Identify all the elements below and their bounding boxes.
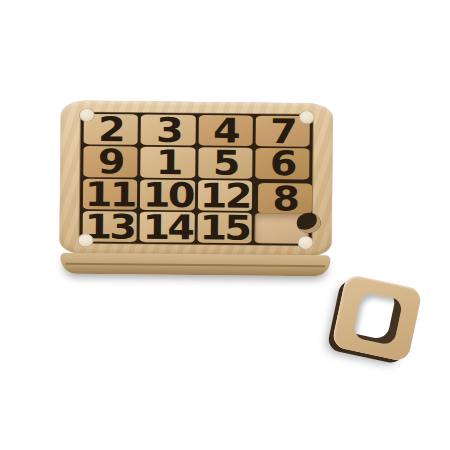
- tile-number: 3: [155, 114, 180, 145]
- tile-number: 8: [272, 183, 297, 214]
- tile-number: 1: [155, 147, 180, 178]
- tile-8[interactable]: 8: [258, 183, 313, 214]
- tile-grid: 2 3 4 7 9 1 5 6 11 10 12 8 13 14 15: [80, 112, 313, 246]
- tile-5[interactable]: 5: [198, 147, 253, 178]
- tile-3[interactable]: 3: [141, 114, 196, 145]
- tile-6[interactable]: 6: [255, 148, 310, 179]
- tile-number: 4: [213, 115, 238, 146]
- tile-9[interactable]: 9: [83, 146, 138, 177]
- magnet-dot: [79, 108, 95, 122]
- tile-11[interactable]: 11: [83, 179, 138, 210]
- board-top-face: 2 3 4 7 9 1 5 6 11 10 12 8 13 14 15: [59, 101, 333, 258]
- tile-10[interactable]: 10: [140, 179, 195, 210]
- tile-number: 2: [98, 114, 123, 145]
- tile-12[interactable]: 12: [197, 180, 252, 211]
- magnet-dot: [297, 236, 313, 250]
- tile-number: 5: [212, 147, 237, 178]
- tile-14[interactable]: 14: [140, 211, 195, 242]
- tile-number: 9: [98, 146, 123, 177]
- tile-4[interactable]: 4: [198, 115, 253, 146]
- tile-15[interactable]: 15: [197, 212, 252, 243]
- magnet-dot: [77, 234, 93, 248]
- tile-1[interactable]: 1: [140, 147, 195, 178]
- photo-stage: 2 3 4 7 9 1 5 6 11 10 12 8 13 14 15: [0, 0, 450, 450]
- tile-number: 10: [142, 179, 192, 210]
- tile-number: 14: [142, 211, 192, 242]
- magnet-dot: [299, 110, 315, 124]
- loose-piece[interactable]: [331, 274, 423, 363]
- tile-number: 15: [199, 212, 249, 243]
- tile-number: 7: [270, 116, 295, 147]
- puzzle-board: 2 3 4 7 9 1 5 6 11 10 12 8 13 14 15: [59, 101, 333, 299]
- finger-notch: [297, 213, 321, 234]
- tile-number: 11: [85, 179, 135, 210]
- tile-number: 6: [270, 148, 295, 179]
- board-side-face: [60, 253, 330, 277]
- tile-number: 12: [200, 180, 250, 211]
